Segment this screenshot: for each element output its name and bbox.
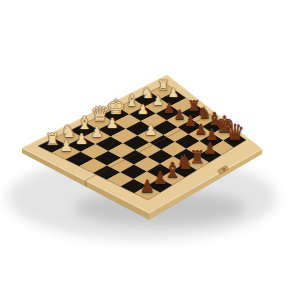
- fold-seam-sidewall: [86, 181, 87, 187]
- chess-board: [0, 0, 300, 300]
- product-photo: ♜♞♝♛♚♝♞♜♟♟♟♟♟♟♟♟♟♟♜♟♞♟♝♟♚♟♟♝♞♜♟♛: [0, 0, 300, 300]
